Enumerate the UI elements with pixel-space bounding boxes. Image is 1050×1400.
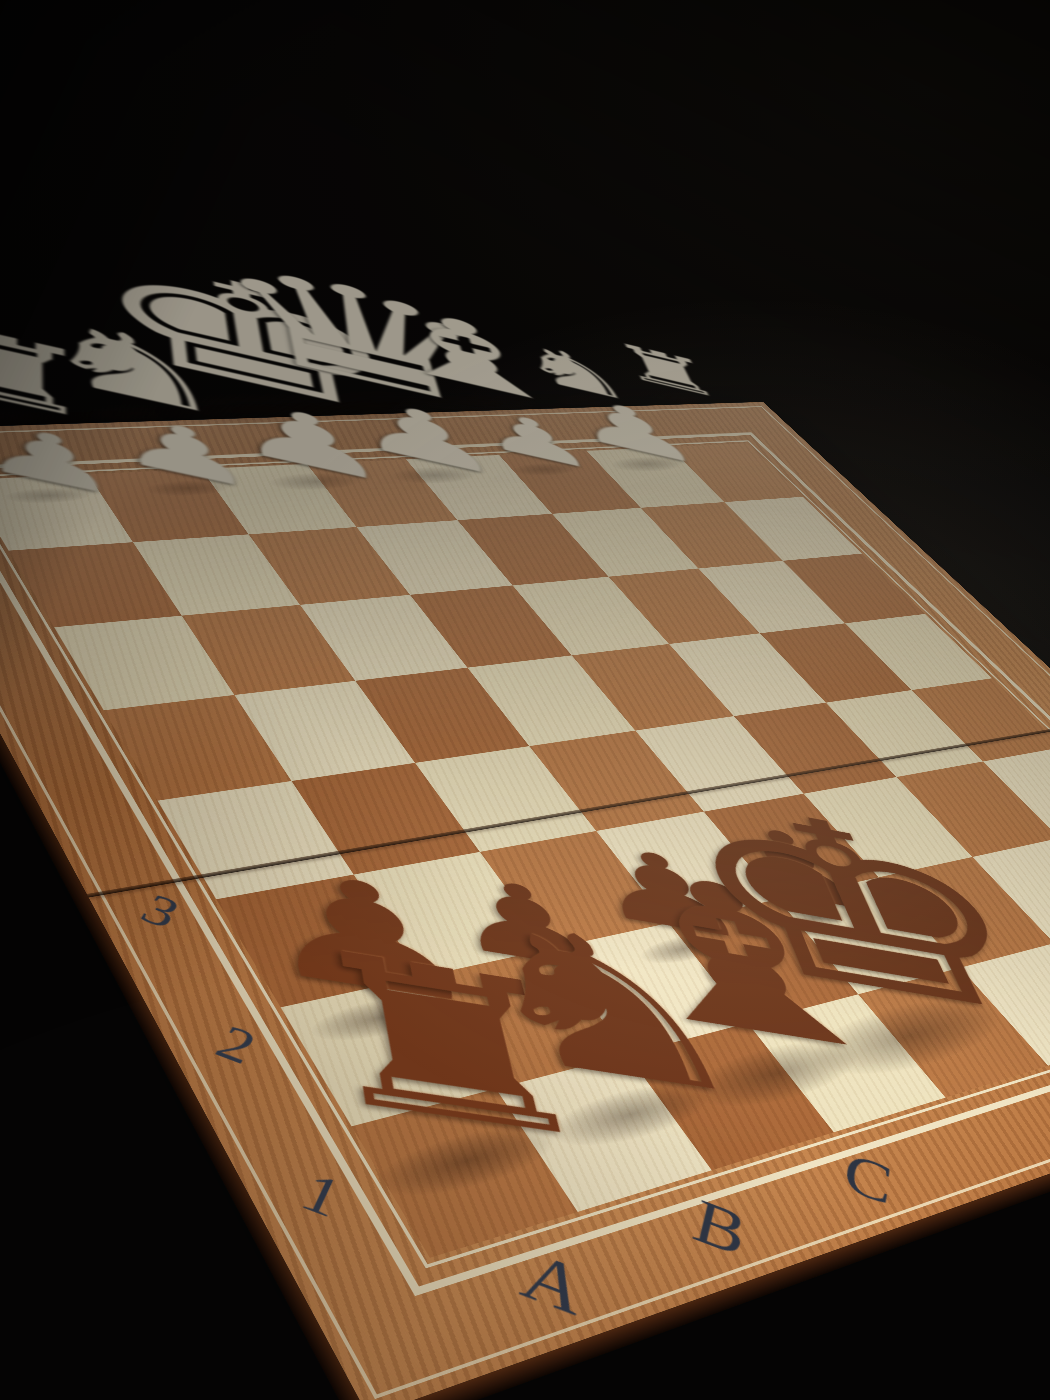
rank-label-1: 1 — [291, 1160, 351, 1231]
photo-scene: ABC123 ♜♞♚♛♝♞♜♟♟♟♟♟♟♟♟♟♟♜♞♝♚ — [0, 0, 1050, 1400]
file-label-c: C — [839, 1139, 896, 1219]
board-surface: ABC123 ♜♞♚♛♝♞♜♟♟♟♟♟♟♟♟♟♟♜♞♝♚ — [0, 402, 1050, 1400]
file-label-a: A — [512, 1236, 593, 1332]
rank-label-2: 2 — [206, 1014, 265, 1076]
file-label-b: B — [686, 1185, 752, 1271]
rank-label-3: 3 — [131, 884, 189, 938]
pieces-layer: ♜♞♚♛♝♞♜♟♟♟♟♟♟♟♟♟♟♜♞♝♚ — [0, 402, 763, 431]
